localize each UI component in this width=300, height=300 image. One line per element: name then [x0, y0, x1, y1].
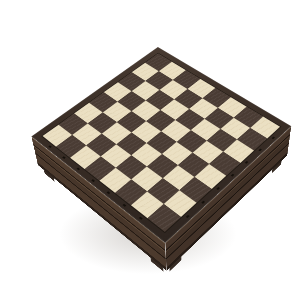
- piece-white-rook-a1: ♜: [153, 218, 177, 219]
- board-grid: ♜♟♟♜♞♟♟♞♝♟♟♝♚♟♟♚♛♟♟♛♝♟♟♝♞♟♟♞♜♟♟♜: [43, 53, 280, 231]
- box-foot: [44, 170, 55, 182]
- square-a1: ♜: [148, 204, 181, 232]
- chess-set-product-photo: ♜♟♟♜♞♟♟♞♝♟♟♝♚♟♟♚♛♟♟♛♝♟♟♝♞♟♟♞♜♟♟♜: [0, 0, 300, 300]
- square-c4: [131, 143, 162, 166]
- black-pawn-icon: ♟: [59, 123, 83, 150]
- box-foot: [169, 257, 181, 272]
- white-rook-icon: ♜: [148, 187, 180, 222]
- scene: ♜♟♟♜♞♟♟♞♝♟♟♝♚♟♟♚♛♟♟♛♝♟♟♝♞♟♟♞♜♟♟♜: [0, 0, 300, 300]
- piece-black-pawn-a7: ♟: [61, 147, 82, 148]
- chess-board: ♜♟♟♜♞♟♟♞♝♟♟♝♚♟♟♚♛♟♟♛♝♟♟♝♞♟♟♞♜♟♟♜: [31, 47, 291, 243]
- board-top-frame: ♜♟♟♜♞♟♟♞♝♟♟♝♚♟♟♚♛♟♟♛♝♟♟♝♞♟♟♞♜♟♟♜: [31, 47, 291, 243]
- box-foot: [151, 258, 164, 272]
- box-foot: [272, 161, 282, 174]
